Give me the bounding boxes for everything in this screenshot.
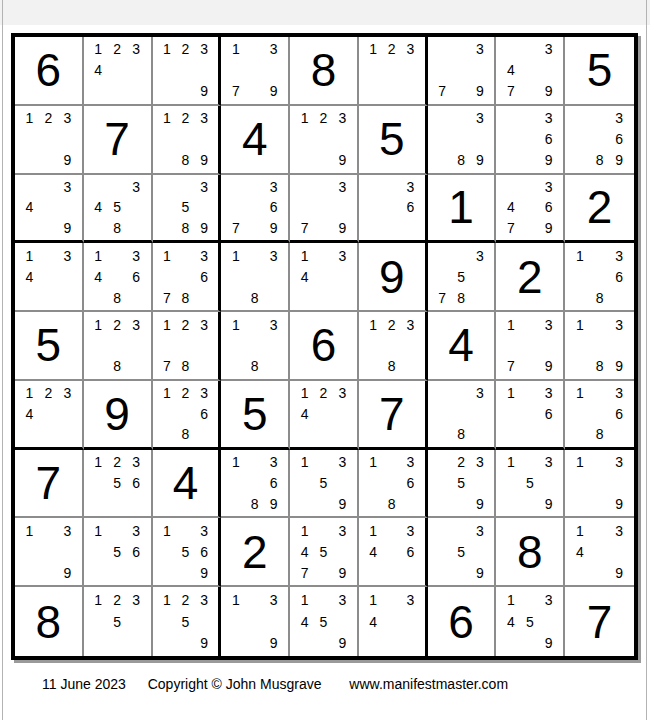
candidate-empty bbox=[382, 589, 401, 611]
candidate-digit: 1 bbox=[89, 245, 108, 266]
cell-r2c2[interactable]: 7 bbox=[84, 106, 153, 175]
candidate-empty bbox=[195, 356, 214, 377]
cell-r3c4[interactable]: 3679 bbox=[221, 175, 290, 244]
candidate-empty bbox=[39, 424, 58, 445]
cell-r4c3[interactable]: 13678 bbox=[153, 243, 222, 312]
cell-r1c8[interactable]: 3479 bbox=[496, 37, 565, 106]
candidate-empty bbox=[314, 452, 333, 473]
candidate-empty bbox=[471, 266, 490, 287]
cell-r6c5[interactable]: 1234 bbox=[290, 381, 359, 450]
candidate-digit: 3 bbox=[195, 589, 214, 611]
cell-r5c9[interactable]: 1389 bbox=[565, 312, 634, 381]
candidate-digit: 2 bbox=[39, 383, 58, 404]
cell-r2c5[interactable]: 1239 bbox=[290, 106, 359, 175]
cell-r6c9[interactable]: 1368 bbox=[565, 381, 634, 450]
candidate-digit: 9 bbox=[539, 218, 558, 239]
candidate-empty bbox=[158, 632, 177, 654]
cell-r2c8[interactable]: 369 bbox=[496, 106, 565, 175]
candidate-empty bbox=[452, 520, 471, 541]
cell-r3c3[interactable]: 3589 bbox=[153, 175, 222, 244]
candidate-empty bbox=[382, 632, 401, 654]
candidate-digit: 3 bbox=[127, 589, 146, 611]
candidate-empty bbox=[264, 287, 283, 308]
candidate-empty bbox=[127, 197, 146, 218]
candidate-digit: 4 bbox=[89, 197, 108, 218]
candidate-digit: 2 bbox=[176, 314, 195, 335]
cell-r1c4[interactable]: 1379 bbox=[221, 37, 290, 106]
candidate-digit: 3 bbox=[333, 245, 352, 266]
cell-r5c4[interactable]: 138 bbox=[221, 312, 290, 381]
cell-r7c2[interactable]: 12356 bbox=[84, 450, 153, 519]
candidate-empty bbox=[609, 424, 629, 445]
candidate-digit: 9 bbox=[539, 150, 558, 171]
cell-r3c8[interactable]: 34679 bbox=[496, 175, 565, 244]
candidate-empty bbox=[520, 60, 539, 81]
candidate-empty bbox=[127, 287, 146, 308]
candidate-digit: 5 bbox=[176, 611, 195, 633]
candidate-empty bbox=[382, 562, 401, 583]
cell-r3c1[interactable]: 349 bbox=[15, 175, 84, 244]
candidate-empty bbox=[590, 108, 610, 129]
candidate-digit: 1 bbox=[89, 520, 108, 541]
candidate-empty bbox=[570, 266, 590, 287]
candidate-empty bbox=[108, 562, 127, 583]
candidate-digit: 1 bbox=[570, 245, 590, 266]
candidate-empty bbox=[314, 266, 333, 287]
cell-r8c5[interactable]: 134579 bbox=[290, 518, 359, 587]
candidate-empty bbox=[590, 403, 610, 424]
cell-r2c1[interactable]: 1239 bbox=[15, 106, 84, 175]
candidate-empty bbox=[245, 218, 264, 239]
candidate-digit: 2 bbox=[108, 314, 127, 335]
given-digit: 5 bbox=[587, 47, 613, 93]
given-digit: 7 bbox=[379, 391, 405, 437]
candidate-digit: 2 bbox=[314, 383, 333, 404]
candidate-empty bbox=[39, 245, 58, 266]
cell-r2c7[interactable]: 389 bbox=[428, 106, 497, 175]
candidate-digit: 4 bbox=[501, 60, 520, 81]
cell-r4c8[interactable]: 2 bbox=[496, 243, 565, 312]
candidate-empty bbox=[195, 60, 214, 81]
candidate-empty bbox=[590, 383, 610, 404]
candidate-empty bbox=[401, 611, 420, 633]
candidate-digit: 7 bbox=[295, 562, 314, 583]
candidate-empty bbox=[433, 562, 452, 583]
cell-r6c7[interactable]: 38 bbox=[428, 381, 497, 450]
cell-r6c1[interactable]: 1234 bbox=[15, 381, 84, 450]
candidate-empty bbox=[333, 611, 352, 633]
footer-date: 11 June 2023 bbox=[42, 676, 126, 692]
cell-r9c4[interactable]: 139 bbox=[221, 587, 290, 656]
candidate-empty bbox=[20, 129, 39, 150]
candidate-digit: 4 bbox=[295, 611, 314, 633]
candidate-digit: 9 bbox=[471, 81, 490, 102]
candidate-empty bbox=[401, 60, 420, 81]
candidate-empty bbox=[226, 335, 245, 356]
cell-r1c1[interactable]: 6 bbox=[15, 37, 84, 106]
cell-r8c4[interactable]: 2 bbox=[221, 518, 290, 587]
candidate-digit: 7 bbox=[226, 218, 245, 239]
candidate-empty bbox=[158, 81, 177, 102]
candidate-digit: 1 bbox=[158, 245, 177, 266]
candidate-digit: 1 bbox=[20, 520, 39, 541]
candidate-digit: 1 bbox=[226, 589, 245, 611]
candidate-empty bbox=[108, 177, 127, 198]
cell-r4c9[interactable]: 1368 bbox=[565, 243, 634, 312]
candidate-empty bbox=[314, 245, 333, 266]
candidate-empty bbox=[314, 177, 333, 198]
cell-r2c4[interactable]: 4 bbox=[221, 106, 290, 175]
cell-r9c5[interactable]: 13459 bbox=[290, 587, 359, 656]
candidate-empty bbox=[295, 632, 314, 654]
given-digit: 8 bbox=[517, 529, 543, 575]
candidate-empty bbox=[570, 335, 590, 356]
candidate-empty bbox=[20, 562, 39, 583]
candidate-digit: 1 bbox=[226, 452, 245, 473]
candidate-empty bbox=[401, 335, 420, 356]
candidate-digit: 6 bbox=[539, 403, 558, 424]
candidate-digit: 1 bbox=[501, 383, 520, 404]
given-digit: 8 bbox=[311, 47, 337, 93]
candidate-empty bbox=[333, 197, 352, 218]
candidate-empty bbox=[108, 60, 127, 81]
candidate-empty bbox=[295, 197, 314, 218]
candidate-empty bbox=[501, 494, 520, 515]
candidate-digit: 5 bbox=[314, 473, 333, 494]
candidate-empty bbox=[520, 494, 539, 515]
cell-r9c7[interactable]: 6 bbox=[428, 587, 497, 656]
candidate-empty bbox=[570, 562, 590, 583]
candidate-digit: 6 bbox=[609, 129, 629, 150]
candidate-empty bbox=[401, 218, 420, 239]
candidate-digit: 4 bbox=[364, 611, 383, 633]
candidate-digit: 9 bbox=[58, 562, 77, 583]
candidate-digit: 3 bbox=[195, 520, 214, 541]
candidate-empty bbox=[501, 424, 520, 445]
candidate-digit: 1 bbox=[158, 589, 177, 611]
footer-url[interactable]: www.manifestmaster.com bbox=[349, 676, 508, 692]
cell-r6c8[interactable]: 136 bbox=[496, 381, 565, 450]
candidate-empty bbox=[433, 245, 452, 266]
cell-r9c9[interactable]: 7 bbox=[565, 587, 634, 656]
cell-r5c2[interactable]: 1238 bbox=[84, 312, 153, 381]
cell-r1c3[interactable]: 1239 bbox=[153, 37, 222, 106]
candidate-digit: 2 bbox=[108, 589, 127, 611]
cell-r4c5[interactable]: 134 bbox=[290, 243, 359, 312]
candidate-digit: 3 bbox=[471, 39, 490, 60]
cell-r7c9[interactable]: 139 bbox=[565, 450, 634, 519]
candidate-digit: 2 bbox=[382, 39, 401, 60]
cell-r2c6[interactable]: 5 bbox=[359, 106, 428, 175]
candidate-digit: 1 bbox=[295, 245, 314, 266]
given-digit: 6 bbox=[448, 599, 474, 645]
cell-r8c1[interactable]: 139 bbox=[15, 518, 84, 587]
candidate-empty bbox=[590, 494, 610, 515]
candidate-empty bbox=[39, 541, 58, 562]
cell-r1c7[interactable]: 379 bbox=[428, 37, 497, 106]
candidate-digit: 3 bbox=[539, 177, 558, 198]
candidate-empty bbox=[471, 60, 490, 81]
cell-r8c6[interactable]: 1346 bbox=[359, 518, 428, 587]
candidate-empty bbox=[570, 287, 590, 308]
candidate-empty bbox=[108, 335, 127, 356]
candidate-empty bbox=[433, 150, 452, 171]
cell-r8c9[interactable]: 1349 bbox=[565, 518, 634, 587]
candidate-digit: 4 bbox=[501, 197, 520, 218]
candidate-empty bbox=[382, 473, 401, 494]
candidate-empty bbox=[382, 611, 401, 633]
cell-r6c3[interactable]: 12368 bbox=[153, 381, 222, 450]
candidate-digit: 9 bbox=[333, 494, 352, 515]
cell-r9c3[interactable]: 12359 bbox=[153, 587, 222, 656]
cell-r4c4[interactable]: 138 bbox=[221, 243, 290, 312]
cell-r1c9[interactable]: 5 bbox=[565, 37, 634, 106]
cell-r9c8[interactable]: 13459 bbox=[496, 587, 565, 656]
candidate-digit: 2 bbox=[176, 589, 195, 611]
cell-r2c3[interactable]: 12389 bbox=[153, 106, 222, 175]
candidate-digit: 3 bbox=[58, 108, 77, 129]
candidate-empty bbox=[20, 424, 39, 445]
candidate-empty bbox=[401, 632, 420, 654]
candidate-empty bbox=[195, 611, 214, 633]
candidate-digit: 1 bbox=[295, 589, 314, 611]
candidate-digit: 3 bbox=[401, 589, 420, 611]
candidate-digit: 3 bbox=[127, 245, 146, 266]
cell-r4c2[interactable]: 13468 bbox=[84, 243, 153, 312]
cell-r3c9[interactable]: 2 bbox=[565, 175, 634, 244]
candidate-digit: 8 bbox=[590, 356, 610, 377]
candidate-digit: 1 bbox=[89, 452, 108, 473]
candidate-empty bbox=[89, 356, 108, 377]
cell-r3c6[interactable]: 36 bbox=[359, 175, 428, 244]
cell-r7c4[interactable]: 13689 bbox=[221, 450, 290, 519]
cell-r5c3[interactable]: 12378 bbox=[153, 312, 222, 381]
given-digit: 6 bbox=[36, 47, 62, 93]
candidate-empty bbox=[264, 266, 283, 287]
cell-r8c8[interactable]: 8 bbox=[496, 518, 565, 587]
candidate-digit: 9 bbox=[195, 150, 214, 171]
cell-r8c7[interactable]: 359 bbox=[428, 518, 497, 587]
candidate-empty bbox=[295, 473, 314, 494]
given-digit: 2 bbox=[242, 529, 268, 575]
candidate-empty bbox=[501, 335, 520, 356]
candidate-empty bbox=[245, 245, 264, 266]
cell-r1c6[interactable]: 123 bbox=[359, 37, 428, 106]
cell-r5c5[interactable]: 6 bbox=[290, 312, 359, 381]
candidate-digit: 5 bbox=[176, 197, 195, 218]
candidate-digit: 3 bbox=[609, 245, 629, 266]
candidate-empty bbox=[158, 611, 177, 633]
cell-r7c7[interactable]: 2359 bbox=[428, 450, 497, 519]
candidate-empty bbox=[245, 81, 264, 102]
cell-r7c5[interactable]: 1359 bbox=[290, 450, 359, 519]
cell-r8c3[interactable]: 13569 bbox=[153, 518, 222, 587]
cell-r4c1[interactable]: 134 bbox=[15, 243, 84, 312]
candidate-empty bbox=[108, 266, 127, 287]
candidate-digit: 3 bbox=[127, 177, 146, 198]
candidate-empty bbox=[433, 39, 452, 60]
candidate-empty bbox=[382, 218, 401, 239]
candidate-digit: 2 bbox=[176, 39, 195, 60]
candidate-empty bbox=[264, 335, 283, 356]
candidate-empty bbox=[195, 129, 214, 150]
candidate-empty bbox=[20, 541, 39, 562]
given-digit: 7 bbox=[587, 599, 613, 645]
candidate-digit: 8 bbox=[108, 356, 127, 377]
candidate-digit: 6 bbox=[195, 266, 214, 287]
candidate-empty bbox=[590, 266, 610, 287]
candidate-digit: 2 bbox=[176, 108, 195, 129]
candidate-digit: 8 bbox=[176, 356, 195, 377]
candidate-digit: 3 bbox=[195, 314, 214, 335]
candidate-empty bbox=[127, 562, 146, 583]
candidate-empty bbox=[314, 218, 333, 239]
cell-r7c1[interactable]: 7 bbox=[15, 450, 84, 519]
candidate-digit: 9 bbox=[609, 356, 629, 377]
candidate-digit: 1 bbox=[158, 108, 177, 129]
candidate-digit: 3 bbox=[127, 314, 146, 335]
footer: 11 June 2023 Copyright © John Musgrave w… bbox=[42, 676, 508, 692]
candidate-empty bbox=[570, 108, 590, 129]
candidate-empty bbox=[382, 520, 401, 541]
candidate-empty bbox=[108, 520, 127, 541]
candidate-empty bbox=[127, 632, 146, 654]
candidate-digit: 9 bbox=[609, 150, 629, 171]
candidate-empty bbox=[39, 266, 58, 287]
candidate-empty bbox=[433, 129, 452, 150]
candidate-empty bbox=[520, 218, 539, 239]
candidate-empty bbox=[108, 632, 127, 654]
candidate-empty bbox=[471, 403, 490, 424]
candidate-digit: 3 bbox=[401, 520, 420, 541]
candidate-empty bbox=[314, 287, 333, 308]
cell-r5c8[interactable]: 1379 bbox=[496, 312, 565, 381]
candidate-empty bbox=[89, 632, 108, 654]
candidate-empty bbox=[158, 177, 177, 198]
cell-r4c6[interactable]: 9 bbox=[359, 243, 428, 312]
cell-r9c1[interactable]: 8 bbox=[15, 587, 84, 656]
candidate-empty bbox=[520, 424, 539, 445]
candidate-empty bbox=[520, 452, 539, 473]
candidate-empty bbox=[364, 81, 383, 102]
candidate-empty bbox=[520, 383, 539, 404]
candidate-empty bbox=[382, 541, 401, 562]
cell-r3c5[interactable]: 379 bbox=[290, 175, 359, 244]
candidate-digit: 4 bbox=[20, 266, 39, 287]
candidate-digit: 1 bbox=[364, 452, 383, 473]
cell-r6c4[interactable]: 5 bbox=[221, 381, 290, 450]
candidate-empty bbox=[108, 245, 127, 266]
candidate-empty bbox=[471, 287, 490, 308]
cell-r6c2[interactable]: 9 bbox=[84, 381, 153, 450]
candidate-empty bbox=[520, 356, 539, 377]
cell-r8c2[interactable]: 1356 bbox=[84, 518, 153, 587]
cell-r9c2[interactable]: 1235 bbox=[84, 587, 153, 656]
candidate-digit: 5 bbox=[108, 541, 127, 562]
cell-r6c6[interactable]: 7 bbox=[359, 381, 428, 450]
candidate-digit: 1 bbox=[501, 314, 520, 335]
candidate-empty bbox=[89, 494, 108, 515]
cell-r7c8[interactable]: 1359 bbox=[496, 450, 565, 519]
cell-r5c7[interactable]: 4 bbox=[428, 312, 497, 381]
cell-r5c6[interactable]: 1238 bbox=[359, 312, 428, 381]
candidate-empty bbox=[364, 60, 383, 81]
candidate-empty bbox=[314, 494, 333, 515]
candidate-empty bbox=[452, 60, 471, 81]
candidate-empty bbox=[520, 197, 539, 218]
candidate-digit: 3 bbox=[264, 589, 283, 611]
candidate-empty bbox=[382, 60, 401, 81]
cell-r7c3[interactable]: 4 bbox=[153, 450, 222, 519]
candidate-empty bbox=[382, 81, 401, 102]
candidate-empty bbox=[158, 403, 177, 424]
cell-r7c6[interactable]: 1368 bbox=[359, 450, 428, 519]
candidate-digit: 7 bbox=[501, 356, 520, 377]
cell-r3c7[interactable]: 1 bbox=[428, 175, 497, 244]
candidate-empty bbox=[39, 150, 58, 171]
candidate-digit: 1 bbox=[158, 383, 177, 404]
candidate-empty bbox=[58, 287, 77, 308]
candidate-digit: 9 bbox=[471, 562, 490, 583]
candidate-digit: 7 bbox=[501, 81, 520, 102]
candidate-empty bbox=[176, 177, 195, 198]
candidate-empty bbox=[89, 562, 108, 583]
candidate-empty bbox=[89, 335, 108, 356]
cell-r4c7[interactable]: 3578 bbox=[428, 243, 497, 312]
candidate-empty bbox=[590, 245, 610, 266]
candidate-digit: 2 bbox=[108, 39, 127, 60]
candidate-empty bbox=[226, 60, 245, 81]
cell-r1c2[interactable]: 1234 bbox=[84, 37, 153, 106]
candidate-empty bbox=[245, 473, 264, 494]
candidate-digit: 7 bbox=[433, 287, 452, 308]
candidate-empty bbox=[39, 403, 58, 424]
candidate-empty bbox=[609, 287, 629, 308]
candidate-empty bbox=[195, 424, 214, 445]
candidate-digit: 5 bbox=[108, 197, 127, 218]
given-digit: 4 bbox=[173, 460, 199, 506]
candidate-empty bbox=[158, 562, 177, 583]
candidate-digit: 3 bbox=[333, 383, 352, 404]
cell-r5c1[interactable]: 5 bbox=[15, 312, 84, 381]
candidate-empty bbox=[89, 473, 108, 494]
candidate-empty bbox=[452, 562, 471, 583]
candidate-digit: 9 bbox=[264, 81, 283, 102]
candidate-digit: 6 bbox=[264, 473, 283, 494]
candidate-digit: 1 bbox=[364, 589, 383, 611]
candidate-digit: 6 bbox=[539, 129, 558, 150]
candidate-empty bbox=[364, 562, 383, 583]
candidate-empty bbox=[295, 424, 314, 445]
candidate-digit: 9 bbox=[333, 562, 352, 583]
candidate-empty bbox=[89, 218, 108, 239]
candidate-empty bbox=[20, 287, 39, 308]
cell-r3c2[interactable]: 3458 bbox=[84, 175, 153, 244]
cell-r2c9[interactable]: 3689 bbox=[565, 106, 634, 175]
cell-r9c6[interactable]: 134 bbox=[359, 587, 428, 656]
candidate-empty bbox=[58, 266, 77, 287]
candidate-digit: 9 bbox=[539, 494, 558, 515]
candidate-empty bbox=[89, 177, 108, 198]
candidate-empty bbox=[333, 266, 352, 287]
candidate-empty bbox=[539, 424, 558, 445]
cell-r1c5[interactable]: 8 bbox=[290, 37, 359, 106]
candidate-digit: 2 bbox=[39, 108, 58, 129]
footer-copyright: Copyright © John Musgrave bbox=[148, 676, 322, 692]
candidate-empty bbox=[520, 632, 539, 654]
candidate-digit: 9 bbox=[195, 81, 214, 102]
candidate-empty bbox=[314, 150, 333, 171]
